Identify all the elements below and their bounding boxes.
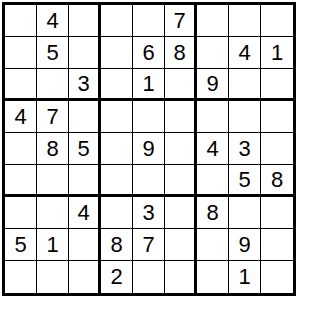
cell-r5c4[interactable] [101,133,133,165]
given-digit: 7 [142,234,154,256]
cell-r3c4[interactable] [101,69,133,101]
cell-r6c1[interactable] [5,165,37,197]
cell-r6c7[interactable] [197,165,229,197]
cell-r9c5[interactable] [133,261,165,293]
cell-r6c2[interactable] [37,165,69,197]
cell-r5c7[interactable]: 4 [197,133,229,165]
cell-r3c6[interactable] [165,69,197,101]
cell-r6c9[interactable]: 8 [261,165,293,197]
given-digit: 1 [271,42,283,64]
cell-r1c4[interactable] [101,5,133,37]
cell-r6c6[interactable] [165,165,197,197]
cell-r4c8[interactable] [229,101,261,133]
cell-r7c9[interactable] [261,197,293,229]
cell-r7c2[interactable] [37,197,69,229]
cell-r2c6[interactable]: 8 [165,37,197,69]
given-digit: 3 [142,202,154,224]
given-digit: 9 [142,138,154,160]
cell-r8c1[interactable]: 5 [5,229,37,261]
cell-r7c7[interactable]: 8 [197,197,229,229]
cell-r8c5[interactable]: 7 [133,229,165,261]
cell-r2c9[interactable]: 1 [261,37,293,69]
given-digit: 5 [238,169,250,191]
cell-r2c7[interactable] [197,37,229,69]
given-digit: 8 [173,42,185,64]
cell-r2c3[interactable] [69,37,101,69]
cell-r7c3[interactable]: 4 [69,197,101,229]
given-digit: 1 [142,73,154,95]
cell-r1c5[interactable] [133,5,165,37]
cell-r2c1[interactable] [5,37,37,69]
cell-r1c8[interactable] [229,5,261,37]
cell-r7c5[interactable]: 3 [133,197,165,229]
cell-r4c5[interactable] [133,101,165,133]
cell-r3c2[interactable] [37,69,69,101]
cell-r1c1[interactable] [5,5,37,37]
cell-r5c5[interactable]: 9 [133,133,165,165]
given-digit: 1 [46,234,58,256]
cell-r9c2[interactable] [37,261,69,293]
given-digit: 8 [110,234,122,256]
cell-r7c8[interactable] [229,197,261,229]
cell-r6c3[interactable] [69,165,101,197]
cell-r4c1[interactable]: 4 [5,101,37,133]
cell-r2c2[interactable]: 5 [37,37,69,69]
given-digit: 4 [14,106,26,128]
cell-r4c9[interactable] [261,101,293,133]
cell-r4c3[interactable] [69,101,101,133]
given-digit: 4 [238,42,250,64]
cell-r9c3[interactable] [69,261,101,293]
cell-r8c4[interactable]: 8 [101,229,133,261]
given-digit: 8 [46,138,58,160]
cell-r6c4[interactable] [101,165,133,197]
cell-r9c4[interactable]: 2 [101,261,133,293]
cell-r1c9[interactable] [261,5,293,37]
given-digit: 1 [238,266,250,288]
given-digit: 7 [173,10,185,32]
cell-r3c9[interactable] [261,69,293,101]
given-digit: 7 [46,106,58,128]
cell-r1c7[interactable] [197,5,229,37]
cell-r5c3[interactable]: 5 [69,133,101,165]
cell-r6c8[interactable]: 5 [229,165,261,197]
cell-r1c2[interactable]: 4 [37,5,69,37]
cell-r4c2[interactable]: 7 [37,101,69,133]
given-digit: 3 [238,138,250,160]
cell-r8c8[interactable]: 9 [229,229,261,261]
given-digit: 5 [46,42,58,64]
cell-r2c4[interactable] [101,37,133,69]
cell-r9c9[interactable] [261,261,293,293]
given-digit: 9 [206,73,218,95]
cell-r8c6[interactable] [165,229,197,261]
cell-r3c7[interactable]: 9 [197,69,229,101]
cell-r8c9[interactable] [261,229,293,261]
cell-r8c7[interactable] [197,229,229,261]
cell-r9c6[interactable] [165,261,197,293]
cell-r4c7[interactable] [197,101,229,133]
cell-r3c3[interactable]: 3 [69,69,101,101]
cell-r7c1[interactable] [5,197,37,229]
given-digit: 3 [77,73,89,95]
cell-r1c6[interactable]: 7 [165,5,197,37]
cell-r9c8[interactable]: 1 [229,261,261,293]
cell-r5c9[interactable] [261,133,293,165]
cell-r2c8[interactable]: 4 [229,37,261,69]
given-digit: 4 [77,202,89,224]
given-digit: 2 [110,266,122,288]
cell-r3c5[interactable]: 1 [133,69,165,101]
cell-r2c5[interactable]: 6 [133,37,165,69]
cell-r4c6[interactable] [165,101,197,133]
given-digit: 5 [14,234,26,256]
cell-r9c1[interactable] [5,261,37,293]
cell-r7c4[interactable] [101,197,133,229]
cell-r5c6[interactable] [165,133,197,165]
sudoku-board: 47568413194785943584385187921 [2,2,296,296]
cell-r4c4[interactable] [101,101,133,133]
given-digit: 4 [46,10,58,32]
given-digit: 8 [206,202,218,224]
given-digit: 9 [238,234,250,256]
given-digit: 4 [206,138,218,160]
page: 47568413194785943584385187921 [0,0,312,298]
given-digit: 6 [142,42,154,64]
cell-r6c5[interactable] [133,165,165,197]
cell-r3c8[interactable] [229,69,261,101]
cell-r5c2[interactable]: 8 [37,133,69,165]
cell-r8c2[interactable]: 1 [37,229,69,261]
cell-r9c7[interactable] [197,261,229,293]
cell-r5c1[interactable] [5,133,37,165]
cell-r7c6[interactable] [165,197,197,229]
cell-r1c3[interactable] [69,5,101,37]
cell-r8c3[interactable] [69,229,101,261]
given-digit: 8 [271,169,283,191]
given-digit: 5 [77,138,89,160]
cell-r3c1[interactable] [5,69,37,101]
cell-r5c8[interactable]: 3 [229,133,261,165]
